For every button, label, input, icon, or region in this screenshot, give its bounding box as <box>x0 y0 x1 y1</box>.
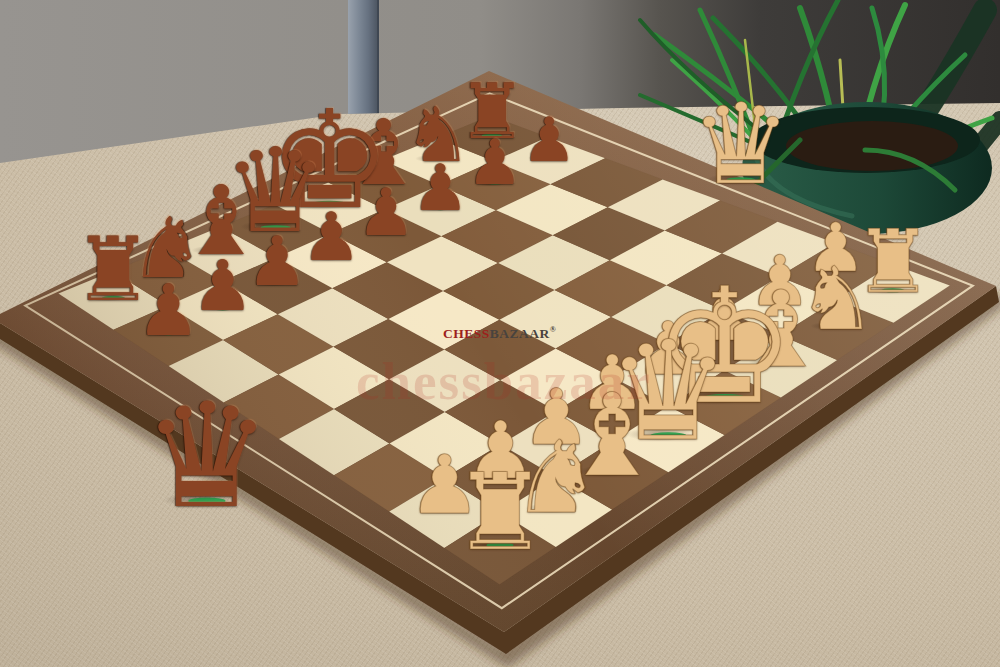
pawn-glyph: ♟ <box>522 109 577 170</box>
piece-black-pawn-d7[interactable]: ♟ <box>302 204 362 271</box>
pawn-glyph: ♟ <box>467 133 523 196</box>
chessbazaar-logo: CHESSBAZAAR® <box>443 325 556 342</box>
pawn-glyph: ♟ <box>191 252 254 322</box>
piece-black-pawn-a7[interactable]: ♟ <box>136 276 200 347</box>
piece-black-pawn-b7[interactable]: ♟ <box>191 252 254 322</box>
chessbazaar-watermark: chessbazaar <box>356 351 652 411</box>
piece-white-queen-offboard[interactable]: ♛ <box>691 89 791 201</box>
piece-black-pawn-c7[interactable]: ♟ <box>247 228 308 296</box>
pawn-glyph: ♟ <box>136 276 200 347</box>
logo-bazaar-text: BAZAAR <box>490 326 550 341</box>
pawn-glyph: ♟ <box>247 228 308 296</box>
piece-black-queen-offboard[interactable]: ♛ <box>142 384 272 529</box>
pawn-glyph: ♟ <box>357 180 416 245</box>
rook-glyph: ♜ <box>452 459 547 565</box>
piece-white-rook-a1[interactable]: ♜ <box>452 459 547 565</box>
queen-glyph: ♛ <box>142 384 272 529</box>
chess-set-photo: ♜♟♞♛♝♟♚♟♛♟♝♟♟♞♟♜♜♟♟♞♟♟♝♟♚♟♛♟♝♟♛♞♟♜ CHESS… <box>0 0 1000 667</box>
logo-chess-text: CHESS <box>443 326 490 341</box>
queen-glyph: ♛ <box>691 89 791 201</box>
piece-black-pawn-e7[interactable]: ♟ <box>357 180 416 245</box>
registered-mark: ® <box>550 325 556 334</box>
pawn-glyph: ♟ <box>412 156 469 220</box>
piece-black-pawn-h7[interactable]: ♟ <box>522 109 577 170</box>
piece-black-pawn-g7[interactable]: ♟ <box>467 133 523 196</box>
pawn-glyph: ♟ <box>302 204 362 271</box>
piece-black-pawn-f7[interactable]: ♟ <box>412 156 469 220</box>
